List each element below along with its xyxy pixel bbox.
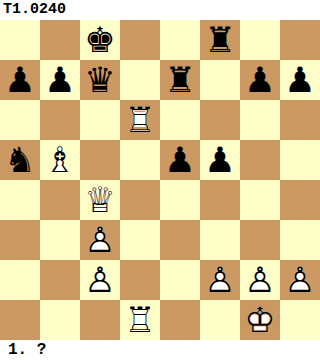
white-piece-outline: ♙ [200,260,240,300]
square-a6[interactable] [0,100,40,140]
square-d6[interactable]: ♜♖ [120,100,160,140]
piece-white-pawn-f2[interactable]: ♟♙ [200,260,240,300]
chess-board: ♚♜♟♟♛♜♟♟♜♖♞♝♗♟♟♛♕♟♙♟♙♟♙♟♙♟♙♜♖♚♔ [0,20,320,340]
square-e5[interactable]: ♟ [160,140,200,180]
white-piece-outline: ♙ [80,260,120,300]
square-e7[interactable]: ♜ [160,60,200,100]
square-b1[interactable] [40,300,80,340]
chess-puzzle-app: T1.0240 ♚♜♟♟♛♜♟♟♜♖♞♝♗♟♟♛♕♟♙♟♙♟♙♟♙♟♙♜♖♚♔ … [0,0,320,360]
piece-white-bishop-b5[interactable]: ♝♗ [40,140,80,180]
piece-white-queen-c4[interactable]: ♛♕ [80,180,120,220]
square-a3[interactable] [0,220,40,260]
square-e1[interactable] [160,300,200,340]
white-piece-outline: ♗ [40,140,80,180]
white-piece-outline: ♔ [240,300,280,340]
square-b7[interactable]: ♟ [40,60,80,100]
piece-white-pawn-h2[interactable]: ♟♙ [280,260,320,300]
square-e6[interactable] [160,100,200,140]
square-b4[interactable] [40,180,80,220]
square-h8[interactable] [280,20,320,60]
white-piece-outline: ♕ [80,180,120,220]
square-c8[interactable]: ♚ [80,20,120,60]
square-g1[interactable]: ♚♔ [240,300,280,340]
piece-black-rook-f8[interactable]: ♜ [200,20,240,60]
square-c1[interactable] [80,300,120,340]
square-c3[interactable]: ♟♙ [80,220,120,260]
square-b8[interactable] [40,20,80,60]
piece-black-pawn-e5[interactable]: ♟ [160,140,200,180]
square-g5[interactable] [240,140,280,180]
square-f5[interactable]: ♟ [200,140,240,180]
square-h3[interactable] [280,220,320,260]
square-e3[interactable] [160,220,200,260]
square-b3[interactable] [40,220,80,260]
square-g4[interactable] [240,180,280,220]
square-d1[interactable]: ♜♖ [120,300,160,340]
square-h4[interactable] [280,180,320,220]
square-f8[interactable]: ♜ [200,20,240,60]
piece-white-pawn-c2[interactable]: ♟♙ [80,260,120,300]
piece-black-pawn-a7[interactable]: ♟ [0,60,40,100]
square-a8[interactable] [0,20,40,60]
square-b2[interactable] [40,260,80,300]
piece-black-queen-c7[interactable]: ♛ [80,60,120,100]
piece-black-knight-a5[interactable]: ♞ [0,140,40,180]
square-f4[interactable] [200,180,240,220]
square-a7[interactable]: ♟ [0,60,40,100]
piece-black-pawn-h7[interactable]: ♟ [280,60,320,100]
piece-black-pawn-g7[interactable]: ♟ [240,60,280,100]
square-g3[interactable] [240,220,280,260]
square-b5[interactable]: ♝♗ [40,140,80,180]
square-c5[interactable] [80,140,120,180]
square-h6[interactable] [280,100,320,140]
square-f1[interactable] [200,300,240,340]
piece-black-pawn-b7[interactable]: ♟ [40,60,80,100]
square-f2[interactable]: ♟♙ [200,260,240,300]
white-piece-outline: ♙ [240,260,280,300]
square-c4[interactable]: ♛♕ [80,180,120,220]
square-d4[interactable] [120,180,160,220]
white-piece-outline: ♖ [120,100,160,140]
white-piece-outline: ♖ [120,300,160,340]
square-e8[interactable] [160,20,200,60]
piece-white-rook-d1[interactable]: ♜♖ [120,300,160,340]
white-piece-outline: ♙ [280,260,320,300]
square-d2[interactable] [120,260,160,300]
square-b6[interactable] [40,100,80,140]
piece-white-king-g1[interactable]: ♚♔ [240,300,280,340]
square-a5[interactable]: ♞ [0,140,40,180]
square-g6[interactable] [240,100,280,140]
square-a2[interactable] [0,260,40,300]
square-g8[interactable] [240,20,280,60]
square-f6[interactable] [200,100,240,140]
square-g2[interactable]: ♟♙ [240,260,280,300]
square-h1[interactable] [280,300,320,340]
square-a4[interactable] [0,180,40,220]
square-h2[interactable]: ♟♙ [280,260,320,300]
square-d5[interactable] [120,140,160,180]
puzzle-id-label: T1.0240 [0,0,320,20]
piece-white-pawn-g2[interactable]: ♟♙ [240,260,280,300]
square-d8[interactable] [120,20,160,60]
piece-black-king-c8[interactable]: ♚ [80,20,120,60]
square-d3[interactable] [120,220,160,260]
piece-white-rook-d6[interactable]: ♜♖ [120,100,160,140]
white-piece-outline: ♙ [80,220,120,260]
square-f3[interactable] [200,220,240,260]
square-e2[interactable] [160,260,200,300]
piece-black-pawn-f5[interactable]: ♟ [200,140,240,180]
square-c7[interactable]: ♛ [80,60,120,100]
square-h5[interactable] [280,140,320,180]
square-f7[interactable] [200,60,240,100]
square-g7[interactable]: ♟ [240,60,280,100]
square-h7[interactable]: ♟ [280,60,320,100]
square-a1[interactable] [0,300,40,340]
square-c6[interactable] [80,100,120,140]
piece-black-rook-e7[interactable]: ♜ [160,60,200,100]
square-c2[interactable]: ♟♙ [80,260,120,300]
move-prompt: 1. ? [0,340,320,360]
piece-white-pawn-c3[interactable]: ♟♙ [80,220,120,260]
square-d7[interactable] [120,60,160,100]
square-e4[interactable] [160,180,200,220]
